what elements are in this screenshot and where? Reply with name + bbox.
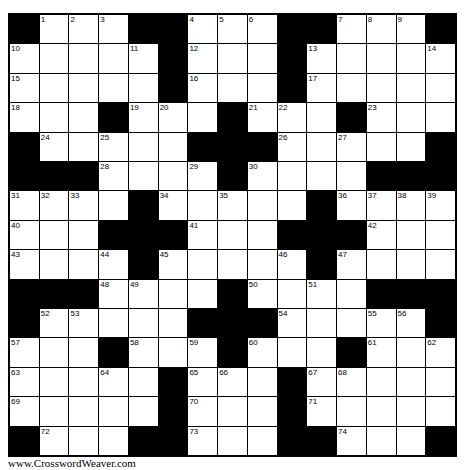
grid-cell[interactable] — [397, 427, 426, 455]
grid-cell[interactable]: 73 — [188, 427, 217, 455]
grid-cell[interactable] — [367, 427, 396, 455]
grid-cell[interactable] — [40, 44, 69, 72]
clue-number: 37 — [368, 191, 377, 201]
grid-cell[interactable] — [397, 368, 426, 396]
clue-number: 3 — [100, 15, 104, 25]
clue-number: 14 — [427, 44, 436, 54]
clue-number: 36 — [338, 191, 347, 201]
grid-cell[interactable]: 67 — [307, 368, 336, 396]
grid-cell[interactable]: 38 — [397, 191, 426, 219]
grid-cell[interactable] — [307, 309, 336, 337]
grid-cell[interactable]: 70 — [188, 397, 217, 425]
grid-cell[interactable]: 58 — [129, 338, 158, 366]
clue-number: 64 — [100, 368, 109, 378]
clue-number: 69 — [11, 397, 20, 407]
black-cell — [159, 368, 188, 396]
grid-cell[interactable] — [248, 221, 277, 249]
grid-cell[interactable] — [397, 338, 426, 366]
grid-cell[interactable] — [159, 133, 188, 161]
grid-cell[interactable] — [218, 427, 247, 455]
clue-number: 62 — [427, 338, 436, 348]
grid-cell[interactable]: 37 — [367, 191, 396, 219]
grid-cell[interactable]: 69 — [10, 397, 39, 425]
black-cell — [426, 280, 455, 308]
grid-cell[interactable]: 64 — [99, 368, 128, 396]
grid-cell[interactable] — [218, 221, 247, 249]
black-cell — [129, 15, 158, 43]
grid-cell[interactable]: 17 — [307, 74, 336, 102]
black-cell — [159, 44, 188, 72]
clue-number: 29 — [189, 162, 198, 172]
grid-cell[interactable]: 54 — [278, 309, 307, 337]
grid-cell[interactable] — [307, 133, 336, 161]
clue-number: 34 — [160, 191, 169, 201]
black-cell — [10, 427, 39, 455]
grid-cell[interactable] — [129, 397, 158, 425]
clue-number: 26 — [279, 133, 288, 143]
grid-cell[interactable]: 8 — [367, 15, 396, 43]
grid-cell[interactable]: 12 — [188, 44, 217, 72]
grid-cell[interactable] — [248, 74, 277, 102]
grid-cell[interactable] — [337, 397, 366, 425]
clue-number: 33 — [70, 191, 79, 201]
black-cell — [218, 280, 247, 308]
clue-number: 66 — [219, 368, 228, 378]
grid-cell[interactable]: 42 — [367, 221, 396, 249]
grid-cell[interactable]: 45 — [159, 250, 188, 278]
grid-cell[interactable] — [426, 368, 455, 396]
black-cell — [159, 74, 188, 102]
clue-number: 12 — [189, 44, 198, 54]
clue-number: 2 — [70, 15, 74, 25]
black-cell — [307, 15, 336, 43]
grid-cell[interactable]: 36 — [337, 191, 366, 219]
grid-cell[interactable] — [188, 191, 217, 219]
grid-cell[interactable]: 43 — [10, 250, 39, 278]
black-cell — [99, 103, 128, 131]
grid-cell[interactable]: 60 — [248, 338, 277, 366]
grid-cell[interactable]: 15 — [10, 74, 39, 102]
black-cell — [307, 191, 336, 219]
grid-cell[interactable] — [188, 103, 217, 131]
grid-cell[interactable] — [69, 250, 98, 278]
grid-cell[interactable] — [248, 250, 277, 278]
grid-cell[interactable] — [337, 309, 366, 337]
clue-number: 5 — [219, 15, 223, 25]
black-cell — [307, 221, 336, 249]
clue-number: 54 — [279, 309, 288, 319]
black-cell — [159, 221, 188, 249]
grid-cell[interactable] — [129, 133, 158, 161]
clue-number: 30 — [249, 162, 258, 172]
black-cell — [278, 44, 307, 72]
clue-number: 31 — [11, 191, 20, 201]
black-cell — [10, 133, 39, 161]
clue-number: 51 — [308, 280, 317, 290]
grid-cell[interactable] — [397, 397, 426, 425]
grid-cell[interactable]: 40 — [10, 221, 39, 249]
grid-cell[interactable] — [99, 44, 128, 72]
clue-number: 24 — [41, 133, 50, 143]
grid-cell[interactable] — [40, 338, 69, 366]
grid-cell[interactable] — [367, 368, 396, 396]
grid-cell[interactable] — [278, 280, 307, 308]
clue-number: 68 — [338, 368, 347, 378]
grid-cell[interactable] — [278, 191, 307, 219]
grid-cell[interactable] — [307, 162, 336, 190]
clue-number: 60 — [249, 338, 258, 348]
grid-cell[interactable] — [218, 250, 247, 278]
grid-cell[interactable]: 49 — [129, 280, 158, 308]
clue-number: 41 — [189, 221, 198, 231]
clue-number: 28 — [100, 162, 109, 172]
crossword-page: 1234567891011121314151617181920212223242… — [0, 0, 470, 470]
grid-cell[interactable] — [307, 103, 336, 131]
grid-cell[interactable] — [307, 338, 336, 366]
grid-cell[interactable]: 29 — [188, 162, 217, 190]
black-cell — [188, 309, 217, 337]
black-cell — [99, 221, 128, 249]
clue-number: 15 — [11, 74, 20, 84]
clue-number: 20 — [160, 103, 169, 113]
grid-cell[interactable] — [129, 368, 158, 396]
grid-cell[interactable]: 44 — [99, 250, 128, 278]
grid-cell[interactable] — [99, 74, 128, 102]
grid-cell[interactable] — [69, 74, 98, 102]
clue-number: 40 — [11, 221, 20, 231]
grid-cell[interactable]: 21 — [248, 103, 277, 131]
black-cell — [278, 221, 307, 249]
grid-cell[interactable]: 20 — [159, 103, 188, 131]
grid-cell[interactable] — [69, 397, 98, 425]
grid-cell[interactable]: 26 — [278, 133, 307, 161]
black-cell — [426, 309, 455, 337]
grid-cell[interactable]: 22 — [278, 103, 307, 131]
grid-cell[interactable]: 24 — [40, 133, 69, 161]
grid-cell[interactable]: 46 — [278, 250, 307, 278]
clue-number: 72 — [41, 427, 50, 437]
grid-cell[interactable]: 74 — [337, 427, 366, 455]
grid-cell[interactable]: 16 — [188, 74, 217, 102]
grid-cell[interactable]: 4 — [188, 15, 217, 43]
black-cell — [278, 397, 307, 425]
clue-number: 8 — [368, 15, 372, 25]
clue-number: 7 — [338, 15, 342, 25]
black-cell — [159, 427, 188, 455]
grid-cell[interactable]: 32 — [40, 191, 69, 219]
black-cell — [397, 162, 426, 190]
black-cell — [397, 280, 426, 308]
grid-cell[interactable] — [367, 397, 396, 425]
grid-cell[interactable] — [69, 368, 98, 396]
clue-number: 32 — [41, 191, 50, 201]
black-cell — [129, 427, 158, 455]
black-cell — [426, 427, 455, 455]
clue-number: 27 — [338, 133, 347, 143]
grid-cell[interactable] — [69, 133, 98, 161]
grid-cell[interactable]: 59 — [188, 338, 217, 366]
grid-cell[interactable]: 10 — [10, 44, 39, 72]
black-cell — [426, 133, 455, 161]
black-cell — [248, 133, 277, 161]
clue-number: 59 — [189, 338, 198, 348]
grid-cell[interactable]: 11 — [129, 44, 158, 72]
grid-cell[interactable]: 9 — [397, 15, 426, 43]
clue-number: 17 — [308, 74, 317, 84]
grid-cell[interactable] — [99, 397, 128, 425]
grid-cell[interactable]: 35 — [218, 191, 247, 219]
grid-cell[interactable] — [159, 309, 188, 337]
black-cell — [99, 338, 128, 366]
grid-cell[interactable]: 62 — [426, 338, 455, 366]
black-cell — [218, 133, 247, 161]
grid-cell[interactable]: 1 — [40, 15, 69, 43]
grid-cell[interactable]: 56 — [397, 309, 426, 337]
grid-cell[interactable] — [69, 221, 98, 249]
grid-cell[interactable] — [218, 397, 247, 425]
clue-number: 45 — [160, 250, 169, 260]
grid-cell[interactable] — [159, 338, 188, 366]
black-cell — [337, 103, 366, 131]
grid-cell[interactable] — [397, 44, 426, 72]
black-cell — [129, 191, 158, 219]
clue-number: 42 — [368, 221, 377, 231]
black-cell — [278, 368, 307, 396]
grid-cell[interactable] — [40, 103, 69, 131]
grid-cell[interactable] — [69, 338, 98, 366]
grid-cell[interactable]: 66 — [218, 368, 247, 396]
grid-cell[interactable]: 57 — [10, 338, 39, 366]
clue-number: 46 — [279, 250, 288, 260]
crossword-grid: 1234567891011121314151617181920212223242… — [8, 13, 457, 457]
grid-cell[interactable] — [337, 280, 366, 308]
black-cell — [10, 162, 39, 190]
black-cell — [218, 338, 247, 366]
clue-number: 19 — [130, 103, 139, 113]
grid-cell[interactable]: 2 — [69, 15, 98, 43]
grid-cell[interactable]: 68 — [337, 368, 366, 396]
grid-cell[interactable]: 55 — [367, 309, 396, 337]
grid-cell[interactable]: 30 — [248, 162, 277, 190]
grid-cell[interactable] — [69, 44, 98, 72]
grid-cell[interactable]: 5 — [218, 15, 247, 43]
grid-cell[interactable]: 28 — [99, 162, 128, 190]
grid-cell[interactable] — [40, 250, 69, 278]
footer-url: www.CrosswordWeaver.com — [8, 457, 136, 469]
grid-cell[interactable] — [218, 44, 247, 72]
clue-number: 52 — [41, 309, 50, 319]
clue-number: 50 — [249, 280, 258, 290]
grid-cell[interactable] — [426, 221, 455, 249]
clue-number: 58 — [130, 338, 139, 348]
clue-number: 74 — [338, 427, 347, 437]
grid-cell[interactable]: 34 — [159, 191, 188, 219]
black-cell — [10, 309, 39, 337]
grid-cell[interactable] — [426, 397, 455, 425]
grid-cell[interactable]: 47 — [337, 250, 366, 278]
grid-cell[interactable]: 50 — [248, 280, 277, 308]
clue-number: 9 — [398, 15, 402, 25]
grid-cell[interactable] — [278, 162, 307, 190]
clue-number: 65 — [189, 368, 198, 378]
black-cell — [40, 280, 69, 308]
grid-cell[interactable] — [248, 44, 277, 72]
clue-number: 57 — [11, 338, 20, 348]
black-cell — [40, 162, 69, 190]
black-cell — [367, 162, 396, 190]
grid-cell[interactable] — [397, 74, 426, 102]
grid-cell[interactable] — [69, 427, 98, 455]
grid-cell[interactable] — [188, 250, 217, 278]
grid-cell[interactable] — [218, 74, 247, 102]
clue-number: 55 — [368, 309, 377, 319]
grid-cell[interactable] — [367, 250, 396, 278]
grid-cell[interactable] — [367, 74, 396, 102]
black-cell — [426, 162, 455, 190]
black-cell — [337, 221, 366, 249]
black-cell — [337, 338, 366, 366]
grid-cell[interactable] — [69, 103, 98, 131]
clue-number: 61 — [368, 338, 377, 348]
grid-cell[interactable]: 51 — [307, 280, 336, 308]
clue-number: 71 — [308, 397, 317, 407]
grid-cell[interactable] — [248, 191, 277, 219]
grid-cell[interactable] — [278, 338, 307, 366]
black-cell — [69, 280, 98, 308]
clue-number: 22 — [279, 103, 288, 113]
clue-number: 35 — [219, 191, 228, 201]
black-cell — [69, 162, 98, 190]
black-cell — [307, 250, 336, 278]
clue-number: 73 — [189, 427, 198, 437]
grid-cell[interactable] — [367, 44, 396, 72]
clue-number: 53 — [70, 309, 79, 319]
grid-cell[interactable]: 19 — [129, 103, 158, 131]
black-cell — [248, 309, 277, 337]
grid-cell[interactable]: 3 — [99, 15, 128, 43]
clue-number: 67 — [308, 368, 317, 378]
clue-number: 6 — [249, 15, 253, 25]
clue-number: 49 — [130, 280, 139, 290]
clue-number: 25 — [100, 133, 109, 143]
grid-cell[interactable] — [129, 309, 158, 337]
grid-cell[interactable] — [397, 103, 426, 131]
grid-cell[interactable]: 14 — [426, 44, 455, 72]
grid-cell[interactable] — [248, 397, 277, 425]
grid-cell[interactable] — [159, 280, 188, 308]
grid-cell[interactable] — [159, 162, 188, 190]
clue-number: 10 — [11, 44, 20, 54]
grid-cell[interactable]: 6 — [248, 15, 277, 43]
grid-cell[interactable] — [367, 133, 396, 161]
grid-cell[interactable] — [337, 74, 366, 102]
black-cell — [129, 221, 158, 249]
grid-cell[interactable]: 53 — [69, 309, 98, 337]
grid-cell[interactable] — [40, 221, 69, 249]
black-cell — [278, 74, 307, 102]
grid-cell[interactable] — [99, 191, 128, 219]
clue-number: 70 — [189, 397, 198, 407]
grid-cell[interactable] — [40, 74, 69, 102]
clue-number: 43 — [11, 250, 20, 260]
clue-number: 4 — [189, 15, 193, 25]
grid-cell[interactable]: 71 — [307, 397, 336, 425]
clue-number: 63 — [11, 368, 20, 378]
clue-number: 39 — [427, 191, 436, 201]
grid-cell[interactable]: 61 — [367, 338, 396, 366]
grid-cell[interactable]: 41 — [188, 221, 217, 249]
grid-cell[interactable]: 52 — [40, 309, 69, 337]
grid-cell[interactable]: 23 — [367, 103, 396, 131]
black-cell — [426, 15, 455, 43]
grid-cell[interactable] — [99, 427, 128, 455]
grid-cell[interactable] — [99, 309, 128, 337]
clue-number: 18 — [11, 103, 20, 113]
clue-number: 1 — [41, 15, 45, 25]
grid-cell[interactable] — [397, 133, 426, 161]
grid-cell[interactable] — [337, 44, 366, 72]
grid-cell[interactable] — [426, 74, 455, 102]
black-cell — [218, 162, 247, 190]
clue-number: 48 — [100, 280, 109, 290]
grid-cell[interactable] — [188, 280, 217, 308]
black-cell — [159, 397, 188, 425]
grid-cell[interactable]: 72 — [40, 427, 69, 455]
grid-cell[interactable]: 7 — [337, 15, 366, 43]
grid-cell[interactable] — [426, 103, 455, 131]
grid-cell[interactable] — [248, 368, 277, 396]
black-cell — [218, 103, 247, 131]
grid-cell[interactable] — [397, 250, 426, 278]
black-cell — [10, 280, 39, 308]
clue-number: 23 — [368, 103, 377, 113]
grid-cell[interactable]: 18 — [10, 103, 39, 131]
grid-cell[interactable] — [426, 250, 455, 278]
grid-cell[interactable]: 65 — [188, 368, 217, 396]
clue-number: 38 — [398, 191, 407, 201]
clue-number: 11 — [130, 44, 138, 54]
grid-cell[interactable] — [248, 427, 277, 455]
grid-cell[interactable] — [129, 74, 158, 102]
black-cell — [367, 280, 396, 308]
grid-cell[interactable]: 13 — [307, 44, 336, 72]
black-cell — [188, 133, 217, 161]
grid-cell[interactable] — [337, 162, 366, 190]
grid-cell[interactable]: 63 — [10, 368, 39, 396]
grid-cell[interactable]: 25 — [99, 133, 128, 161]
clue-number: 56 — [398, 309, 407, 319]
grid-cell[interactable] — [397, 221, 426, 249]
grid-cell[interactable]: 48 — [99, 280, 128, 308]
clue-number: 13 — [308, 44, 317, 54]
black-cell — [218, 309, 247, 337]
black-cell — [278, 15, 307, 43]
grid-cell[interactable] — [40, 368, 69, 396]
clue-number: 47 — [338, 250, 347, 260]
grid-cell[interactable]: 27 — [337, 133, 366, 161]
black-cell — [307, 427, 336, 455]
black-cell — [278, 427, 307, 455]
clue-number: 44 — [100, 250, 109, 260]
black-cell — [10, 15, 39, 43]
clue-number: 16 — [189, 74, 198, 84]
black-cell — [129, 250, 158, 278]
grid-cell[interactable] — [129, 162, 158, 190]
grid-cell[interactable]: 31 — [10, 191, 39, 219]
grid-cell[interactable]: 39 — [426, 191, 455, 219]
grid-cell[interactable] — [40, 397, 69, 425]
grid-cell[interactable]: 33 — [69, 191, 98, 219]
